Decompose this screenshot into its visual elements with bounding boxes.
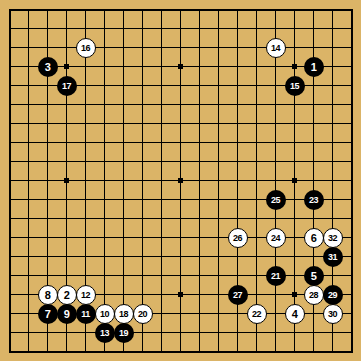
stone-white-2: 2	[57, 285, 77, 305]
star-point	[292, 292, 297, 297]
grid-line-horizontal	[9, 199, 352, 200]
grid-line-vertical	[199, 9, 200, 352]
grid-line-horizontal	[9, 218, 352, 219]
grid-line-horizontal	[9, 237, 352, 238]
stone-white-10: 10	[95, 304, 115, 324]
stone-white-12: 12	[76, 285, 96, 305]
stone-white-30: 30	[323, 304, 343, 324]
stone-white-8: 8	[38, 285, 58, 305]
star-point	[64, 178, 69, 183]
stone-black-5: 5	[304, 266, 324, 286]
grid-line-vertical	[218, 9, 219, 352]
stone-black-19: 19	[114, 323, 134, 343]
stone-black-13: 13	[95, 323, 115, 343]
stone-white-22: 22	[247, 304, 267, 324]
stone-black-11: 11	[76, 304, 96, 324]
go-board[interactable]: 1234567891011121314151617181920212223242…	[0, 0, 361, 361]
stone-white-14: 14	[266, 38, 286, 58]
stone-white-20: 20	[133, 304, 153, 324]
stone-white-4: 4	[285, 304, 305, 324]
star-point	[292, 64, 297, 69]
grid-line-vertical	[275, 9, 276, 352]
stone-white-28: 28	[304, 285, 324, 305]
star-point	[178, 292, 183, 297]
stone-white-16: 16	[76, 38, 96, 58]
stone-black-17: 17	[57, 76, 77, 96]
grid-line-vertical	[256, 9, 257, 352]
stone-white-26: 26	[228, 228, 248, 248]
stone-black-3: 3	[38, 57, 58, 77]
star-point	[178, 178, 183, 183]
grid-line-horizontal	[9, 256, 352, 257]
stone-black-25: 25	[266, 190, 286, 210]
stone-white-18: 18	[114, 304, 134, 324]
stone-black-27: 27	[228, 285, 248, 305]
stone-black-29: 29	[323, 285, 343, 305]
stone-black-1: 1	[304, 57, 324, 77]
stone-black-15: 15	[285, 76, 305, 96]
stone-black-9: 9	[57, 304, 77, 324]
stone-white-24: 24	[266, 228, 286, 248]
stone-black-7: 7	[38, 304, 58, 324]
stone-black-23: 23	[304, 190, 324, 210]
stone-black-21: 21	[266, 266, 286, 286]
star-point	[64, 64, 69, 69]
stone-white-32: 32	[323, 228, 343, 248]
stone-white-6: 6	[304, 228, 324, 248]
star-point	[178, 64, 183, 69]
grid-line-horizontal	[9, 332, 352, 333]
star-point	[292, 178, 297, 183]
grid-line-horizontal	[9, 275, 352, 276]
stone-black-31: 31	[323, 247, 343, 267]
